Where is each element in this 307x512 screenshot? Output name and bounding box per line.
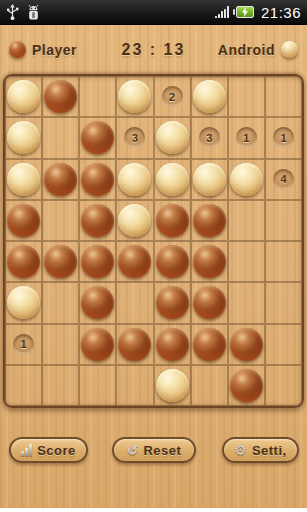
- light-ball-piece: [118, 163, 151, 196]
- board-cell-e4[interactable]: [154, 200, 191, 241]
- move-hint[interactable]: 1: [236, 127, 257, 148]
- clock-time: 21:36: [261, 4, 301, 21]
- board-cell-a3[interactable]: [5, 159, 42, 200]
- move-hint[interactable]: 1: [13, 334, 34, 355]
- board-cell-f3[interactable]: [191, 159, 228, 200]
- status-right-icons: 21:36: [215, 4, 301, 21]
- board-cell-e2[interactable]: [154, 117, 191, 158]
- board-cell-f4[interactable]: [191, 200, 228, 241]
- dark-ball-piece: [81, 328, 114, 361]
- screen-bottom-edge: [0, 508, 307, 512]
- dark-ball-piece: [81, 204, 114, 237]
- board-cell-b1[interactable]: [42, 76, 79, 117]
- undo-arrow-icon: ↺: [127, 443, 139, 457]
- board-cell-g7[interactable]: [228, 324, 265, 365]
- board-cell-h5[interactable]: [265, 241, 302, 282]
- dark-ball-piece: [156, 328, 189, 361]
- board-cell-g2[interactable]: 1: [228, 117, 265, 158]
- board-cell-d4[interactable]: [116, 200, 153, 241]
- board-cell-b6[interactable]: [42, 282, 79, 323]
- board-cell-b8[interactable]: [42, 365, 79, 406]
- dark-ball-piece: [81, 121, 114, 154]
- board-cell-f6[interactable]: [191, 282, 228, 323]
- settings-button-label: Setti,: [252, 443, 287, 458]
- dark-ball-piece: [81, 245, 114, 278]
- score-button[interactable]: Score: [9, 437, 88, 463]
- board-cell-c4[interactable]: [79, 200, 116, 241]
- dark-ball-piece: [230, 328, 263, 361]
- board-cell-d7[interactable]: [116, 324, 153, 365]
- board-cell-g6[interactable]: [228, 282, 265, 323]
- board-cell-h1[interactable]: [265, 76, 302, 117]
- dark-ball-piece: [156, 204, 189, 237]
- android-light-ball-icon: [281, 41, 298, 58]
- dark-ball-piece: [193, 286, 226, 319]
- board-cell-e7[interactable]: [154, 324, 191, 365]
- board-cell-a8[interactable]: [5, 365, 42, 406]
- board-cell-a4[interactable]: [5, 200, 42, 241]
- gear-icon: ⚙: [234, 443, 247, 457]
- settings-button[interactable]: ⚙ Setti,: [222, 437, 299, 463]
- board-cell-a1[interactable]: [5, 76, 42, 117]
- board-cell-c5[interactable]: [79, 241, 116, 282]
- light-ball-piece: [156, 163, 189, 196]
- dark-ball-piece: [193, 204, 226, 237]
- board-cell-g1[interactable]: [228, 76, 265, 117]
- board-cell-e1[interactable]: 2: [154, 76, 191, 117]
- dark-ball-piece: [156, 286, 189, 319]
- board-cell-g5[interactable]: [228, 241, 265, 282]
- board-cell-a7[interactable]: 1: [5, 324, 42, 365]
- move-hint[interactable]: 3: [199, 127, 220, 148]
- dark-ball-piece: [230, 369, 263, 402]
- board-cell-e8[interactable]: [154, 365, 191, 406]
- move-hint[interactable]: 3: [124, 127, 145, 148]
- player-label: Player: [32, 42, 77, 58]
- dark-ball-piece: [118, 328, 151, 361]
- light-ball-piece: [118, 80, 151, 113]
- app-screen: 21:36 Player 23 : 13 Android 2331141 Sco…: [0, 0, 307, 512]
- board-cell-b3[interactable]: [42, 159, 79, 200]
- board-cell-h3[interactable]: 4: [265, 159, 302, 200]
- player-dark-ball-icon: [9, 41, 26, 58]
- board-cell-c7[interactable]: [79, 324, 116, 365]
- board-cell-c3[interactable]: [79, 159, 116, 200]
- light-ball-piece: [7, 286, 40, 319]
- board-cell-h6[interactable]: [265, 282, 302, 323]
- battery-icon: [233, 6, 254, 18]
- dark-ball-piece: [7, 245, 40, 278]
- usb-icon: [6, 4, 19, 21]
- board-cell-f1[interactable]: [191, 76, 228, 117]
- dark-ball-piece: [193, 328, 226, 361]
- board-cell-b7[interactable]: [42, 324, 79, 365]
- dark-ball-piece: [118, 245, 151, 278]
- light-ball-piece: [156, 121, 189, 154]
- board-cell-g3[interactable]: [228, 159, 265, 200]
- signal-strength-icon: [215, 6, 229, 18]
- light-ball-piece: [118, 204, 151, 237]
- board-cell-h2[interactable]: 1: [265, 117, 302, 158]
- score-header: Player 23 : 13 Android: [0, 25, 307, 74]
- board-cell-d6[interactable]: [116, 282, 153, 323]
- board-cell-b2[interactable]: [42, 117, 79, 158]
- dark-ball-piece: [44, 245, 77, 278]
- board-cell-e5[interactable]: [154, 241, 191, 282]
- score-button-label: Score: [37, 443, 76, 458]
- reset-button[interactable]: ↺ Reset: [112, 437, 196, 463]
- bar-chart-icon: [21, 444, 32, 456]
- dark-ball-piece: [81, 163, 114, 196]
- dark-ball-piece: [81, 286, 114, 319]
- light-ball-piece: [7, 121, 40, 154]
- board-cell-c8[interactable]: [79, 365, 116, 406]
- status-left-icons: [6, 4, 41, 21]
- board-cell-f8[interactable]: [191, 365, 228, 406]
- board-cell-a5[interactable]: [5, 241, 42, 282]
- board-cell-f2[interactable]: 3: [191, 117, 228, 158]
- board-cell-f7[interactable]: [191, 324, 228, 365]
- status-bar: 21:36: [0, 0, 307, 25]
- board-cell-g4[interactable]: [228, 200, 265, 241]
- board-cell-f5[interactable]: [191, 241, 228, 282]
- board-cell-d2[interactable]: 3: [116, 117, 153, 158]
- move-hint[interactable]: 4: [273, 169, 294, 190]
- board-cell-h4[interactable]: [265, 200, 302, 241]
- board-cell-c6[interactable]: [79, 282, 116, 323]
- light-ball-piece: [230, 163, 263, 196]
- move-hint[interactable]: 1: [273, 127, 294, 148]
- board-cell-h7[interactable]: [265, 324, 302, 365]
- opponent-label: Android: [218, 42, 275, 58]
- board-cell-c2[interactable]: [79, 117, 116, 158]
- board-cell-a2[interactable]: [5, 117, 42, 158]
- board-cell-h8[interactable]: [265, 365, 302, 406]
- light-ball-piece: [193, 163, 226, 196]
- board-cell-d5[interactable]: [116, 241, 153, 282]
- board-cell-c1[interactable]: [79, 76, 116, 117]
- move-hint[interactable]: 2: [162, 86, 183, 107]
- reset-button-label: Reset: [143, 443, 181, 458]
- board-cell-d1[interactable]: [116, 76, 153, 117]
- dark-ball-piece: [156, 245, 189, 278]
- board-cell-d3[interactable]: [116, 159, 153, 200]
- light-ball-piece: [193, 80, 226, 113]
- board-cell-e3[interactable]: [154, 159, 191, 200]
- dark-ball-piece: [193, 245, 226, 278]
- board-cell-d8[interactable]: [116, 365, 153, 406]
- dark-ball-piece: [44, 80, 77, 113]
- dark-ball-piece: [44, 163, 77, 196]
- light-ball-piece: [7, 163, 40, 196]
- dark-ball-piece: [7, 204, 40, 237]
- board-cell-b5[interactable]: [42, 241, 79, 282]
- board-cell-g8[interactable]: [228, 365, 265, 406]
- board: 2331141: [3, 74, 304, 408]
- board-cell-b4[interactable]: [42, 200, 79, 241]
- board-cell-e6[interactable]: [154, 282, 191, 323]
- light-ball-piece: [156, 369, 189, 402]
- android-debug-icon: [26, 4, 41, 21]
- board-cell-a6[interactable]: [5, 282, 42, 323]
- light-ball-piece: [7, 80, 40, 113]
